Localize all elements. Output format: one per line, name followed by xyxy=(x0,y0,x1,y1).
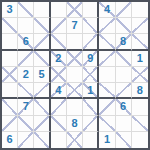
sudoku-board: 347682912541876861 xyxy=(0,0,150,150)
cell-r8c8[interactable] xyxy=(116,116,132,132)
cell-r2c5[interactable]: 7 xyxy=(67,18,83,34)
cell-r6c1[interactable] xyxy=(2,83,18,99)
cell-r4c9[interactable]: 1 xyxy=(132,51,148,67)
cell-r3c7[interactable] xyxy=(99,34,115,50)
cell-r9c4[interactable] xyxy=(51,132,67,148)
cell-r9c1[interactable]: 6 xyxy=(2,132,18,148)
cell-r5c8[interactable] xyxy=(116,67,132,83)
cell-r3c3[interactable] xyxy=(34,34,50,50)
cell-r8c7[interactable] xyxy=(99,116,115,132)
cell-r8c1[interactable] xyxy=(2,116,18,132)
cell-r1c2[interactable] xyxy=(18,2,34,18)
cell-r7c4[interactable] xyxy=(51,99,67,115)
cell-r5c9[interactable] xyxy=(132,67,148,83)
cell-r1c9[interactable] xyxy=(132,2,148,18)
cell-r2c9[interactable] xyxy=(132,18,148,34)
cell-r7c5[interactable] xyxy=(67,99,83,115)
cell-r4c3[interactable] xyxy=(34,51,50,67)
cell-r5c1[interactable] xyxy=(2,67,18,83)
cell-r7c1[interactable] xyxy=(2,99,18,115)
cell-r8c6[interactable] xyxy=(83,116,99,132)
cell-r4c4[interactable]: 2 xyxy=(51,51,67,67)
cell-r2c6[interactable] xyxy=(83,18,99,34)
cell-r4c1[interactable] xyxy=(2,51,18,67)
cell-r1c8[interactable] xyxy=(116,2,132,18)
cell-r5c5[interactable] xyxy=(67,67,83,83)
cell-r3c5[interactable] xyxy=(67,34,83,50)
cell-r6c2[interactable] xyxy=(18,83,34,99)
cell-r8c4[interactable] xyxy=(51,116,67,132)
cell-r6c3[interactable] xyxy=(34,83,50,99)
cell-r2c2[interactable] xyxy=(18,18,34,34)
cell-r8c2[interactable] xyxy=(18,116,34,132)
cell-r6c6[interactable]: 1 xyxy=(83,83,99,99)
cell-r1c5[interactable] xyxy=(67,2,83,18)
cell-r4c5[interactable] xyxy=(67,51,83,67)
cell-r3c4[interactable] xyxy=(51,34,67,50)
cell-r1c4[interactable] xyxy=(51,2,67,18)
cell-r7c7[interactable] xyxy=(99,99,115,115)
cell-r9c5[interactable] xyxy=(67,132,83,148)
cell-r6c5[interactable] xyxy=(67,83,83,99)
cell-r7c8[interactable]: 6 xyxy=(116,99,132,115)
cell-r3c8[interactable]: 8 xyxy=(116,34,132,50)
cell-r9c9[interactable] xyxy=(132,132,148,148)
cell-r4c8[interactable] xyxy=(116,51,132,67)
cell-r2c7[interactable] xyxy=(99,18,115,34)
cell-r9c6[interactable] xyxy=(83,132,99,148)
cell-r9c8[interactable] xyxy=(116,132,132,148)
cell-r7c2[interactable]: 7 xyxy=(18,99,34,115)
cell-r1c7[interactable]: 4 xyxy=(99,2,115,18)
cell-r3c1[interactable] xyxy=(2,34,18,50)
cell-r1c1[interactable]: 3 xyxy=(2,2,18,18)
cell-r7c3[interactable] xyxy=(34,99,50,115)
cell-r5c6[interactable] xyxy=(83,67,99,83)
cell-r9c7[interactable]: 1 xyxy=(99,132,115,148)
cell-r9c2[interactable] xyxy=(18,132,34,148)
cell-r1c3[interactable] xyxy=(34,2,50,18)
cell-r2c4[interactable] xyxy=(51,18,67,34)
cell-r8c3[interactable] xyxy=(34,116,50,132)
cell-r7c6[interactable] xyxy=(83,99,99,115)
cell-r4c2[interactable] xyxy=(18,51,34,67)
cell-r5c2[interactable]: 2 xyxy=(18,67,34,83)
cell-r4c6[interactable]: 9 xyxy=(83,51,99,67)
cell-r3c2[interactable]: 6 xyxy=(18,34,34,50)
cell-r4c7[interactable] xyxy=(99,51,115,67)
cell-r9c3[interactable] xyxy=(34,132,50,148)
cell-r1c6[interactable] xyxy=(83,2,99,18)
cell-r6c4[interactable]: 4 xyxy=(51,83,67,99)
cell-r2c8[interactable] xyxy=(116,18,132,34)
cell-r8c9[interactable] xyxy=(132,116,148,132)
cell-r6c7[interactable] xyxy=(99,83,115,99)
cell-r3c9[interactable] xyxy=(132,34,148,50)
cell-r5c3[interactable]: 5 xyxy=(34,67,50,83)
cell-r5c4[interactable] xyxy=(51,67,67,83)
cell-r6c8[interactable] xyxy=(116,83,132,99)
cell-r2c3[interactable] xyxy=(34,18,50,34)
cell-r5c7[interactable] xyxy=(99,67,115,83)
cell-r3c6[interactable] xyxy=(83,34,99,50)
cell-r8c5[interactable]: 8 xyxy=(67,116,83,132)
cell-r6c9[interactable]: 8 xyxy=(132,83,148,99)
cell-r2c1[interactable] xyxy=(2,18,18,34)
cell-r7c9[interactable] xyxy=(132,99,148,115)
